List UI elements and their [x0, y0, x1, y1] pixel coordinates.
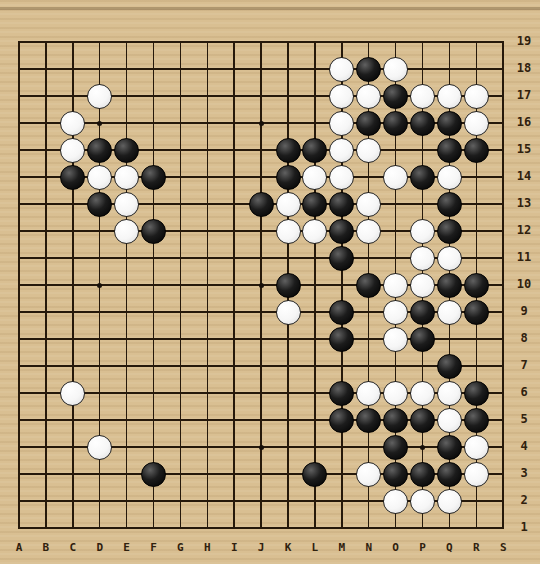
- row-label: 19: [511, 34, 537, 48]
- column-label: L: [305, 541, 325, 554]
- row-label: 10: [511, 277, 537, 291]
- row-label: 1: [511, 520, 537, 534]
- row-label: 17: [511, 88, 537, 102]
- column-label: O: [386, 541, 406, 554]
- row-label: 15: [511, 142, 537, 156]
- column-label: C: [63, 541, 83, 554]
- row-label: 4: [511, 439, 537, 453]
- row-label: 7: [511, 358, 537, 372]
- column-label: J: [251, 541, 271, 554]
- column-label: N: [359, 541, 379, 554]
- row-label: 9: [511, 304, 537, 318]
- column-label: D: [90, 541, 110, 554]
- row-label: 6: [511, 385, 537, 399]
- go-board-app: ABCDEFGHIJKLMNOPQRS191817161514131211109…: [0, 0, 540, 564]
- row-label: 5: [511, 412, 537, 426]
- row-label: 14: [511, 169, 537, 183]
- column-label: S: [493, 541, 513, 554]
- board-coordinate-labels: ABCDEFGHIJKLMNOPQRS191817161514131211109…: [0, 0, 540, 564]
- row-label: 11: [511, 250, 537, 264]
- column-label: G: [170, 541, 190, 554]
- column-label: H: [197, 541, 217, 554]
- column-label: A: [9, 541, 29, 554]
- column-label: Q: [439, 541, 459, 554]
- column-label: K: [278, 541, 298, 554]
- row-label: 3: [511, 466, 537, 480]
- row-label: 12: [511, 223, 537, 237]
- row-label: 18: [511, 61, 537, 75]
- column-label: B: [36, 541, 56, 554]
- column-label: M: [332, 541, 352, 554]
- row-label: 2: [511, 493, 537, 507]
- column-label: E: [117, 541, 137, 554]
- column-label: I: [224, 541, 244, 554]
- row-label: 13: [511, 196, 537, 210]
- column-label: P: [413, 541, 433, 554]
- row-label: 16: [511, 115, 537, 129]
- row-label: 8: [511, 331, 537, 345]
- column-label: R: [466, 541, 486, 554]
- column-label: F: [144, 541, 164, 554]
